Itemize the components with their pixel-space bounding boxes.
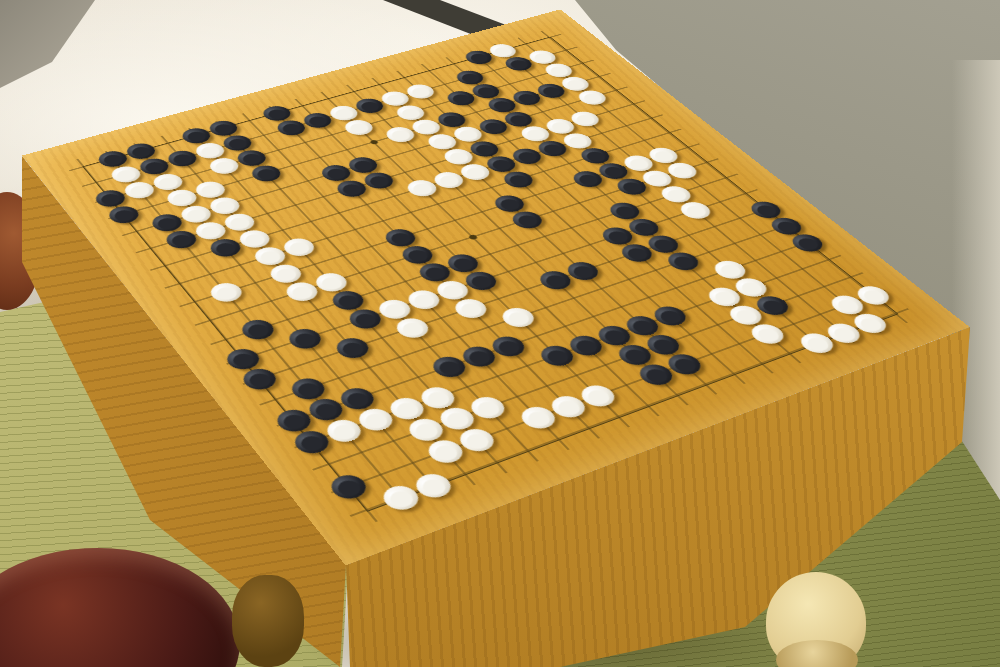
black-stone-r8c13[interactable]: ● — [498, 169, 537, 190]
white-stone-r12c17[interactable]: ● — [674, 199, 715, 221]
go-board-photo-scene: ●●●●●●●●●●●●●●●●●●●●●●●●●●●●●●●●●●●●●●●●… — [0, 0, 1000, 667]
white-stone-r5c18[interactable]: ● — [573, 88, 610, 107]
white-stone-r9c2[interactable]: ● — [205, 280, 246, 305]
white-stone-r18c15[interactable]: ● — [745, 321, 789, 347]
black-stone-r14c15[interactable]: ● — [662, 249, 704, 273]
goban-leg-dark — [232, 575, 304, 667]
black-stone-r12c3[interactable]: ● — [283, 326, 326, 352]
black-stone-r10c12[interactable]: ● — [506, 209, 546, 231]
black-stone-r13c4[interactable]: ● — [330, 335, 373, 362]
black-stone-r11c2[interactable]: ● — [236, 316, 278, 342]
white-stone-r14c9[interactable]: ● — [496, 305, 539, 331]
